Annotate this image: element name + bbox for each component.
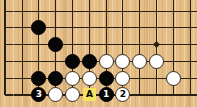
board-intersection <box>81 19 98 36</box>
white-stone <box>82 71 97 86</box>
black-stone-move-1: 1 <box>99 87 114 102</box>
black-stone <box>31 20 46 35</box>
black-stone <box>48 71 63 86</box>
board-intersection <box>131 87 148 104</box>
board-intersection <box>47 53 64 70</box>
black-stone <box>99 71 114 86</box>
white-stone <box>115 71 130 86</box>
board-intersection <box>148 19 165 36</box>
board-intersection <box>14 19 31 36</box>
board-intersection <box>47 70 64 87</box>
board-intersection <box>64 87 81 104</box>
board-intersection <box>182 36 197 53</box>
board-intersection: A <box>81 87 98 104</box>
white-stone <box>132 54 147 69</box>
board-intersection <box>165 70 182 87</box>
board-intersection <box>64 36 81 53</box>
board-intersection <box>131 36 148 53</box>
board-intersection <box>182 19 197 36</box>
board-intersection <box>31 70 48 87</box>
board-intersection <box>64 70 81 87</box>
board-intersection <box>182 53 197 70</box>
board-intersection <box>0 36 14 53</box>
board-intersection <box>165 87 182 104</box>
white-stone <box>65 71 80 86</box>
board-intersection <box>14 36 31 53</box>
board-intersection <box>64 19 81 36</box>
board-intersection <box>14 87 31 104</box>
board-intersection <box>81 70 98 87</box>
board-intersection <box>64 3 81 20</box>
white-stone <box>48 87 63 102</box>
board-intersection <box>31 36 48 53</box>
go-board-grid: 3A12 <box>0 0 197 103</box>
board-intersection <box>165 19 182 36</box>
board-intersection <box>148 3 165 20</box>
board-intersection: 2 <box>115 87 132 104</box>
board-intersection <box>14 70 31 87</box>
board-intersection <box>182 3 197 20</box>
board-intersection <box>115 19 132 36</box>
board-intersection <box>131 53 148 70</box>
board-intersection <box>0 53 14 70</box>
board-intersection <box>64 53 81 70</box>
board-intersection <box>182 70 197 87</box>
board-intersection <box>31 53 48 70</box>
board-intersection <box>0 87 14 104</box>
board-intersection <box>98 19 115 36</box>
board-intersection <box>115 3 132 20</box>
board-intersection <box>98 36 115 53</box>
black-stone <box>31 71 46 86</box>
board-intersection <box>115 70 132 87</box>
board-intersection <box>47 87 64 104</box>
board-intersection <box>182 87 197 104</box>
board-intersection <box>165 36 182 53</box>
white-stone <box>115 54 130 69</box>
board-intersection <box>14 3 31 20</box>
board-intersection <box>131 19 148 36</box>
board-intersection <box>81 3 98 20</box>
board-intersection <box>165 3 182 20</box>
board-intersection <box>31 19 48 36</box>
board-intersection <box>47 3 64 20</box>
board-intersection <box>47 36 64 53</box>
board-intersection <box>47 19 64 36</box>
point-label-A: A <box>83 88 96 101</box>
board-intersection <box>98 3 115 20</box>
black-stone-move-3: 3 <box>31 87 46 102</box>
board-intersection <box>148 36 165 53</box>
board-intersection: 3 <box>31 87 48 104</box>
board-intersection <box>165 53 182 70</box>
black-stone <box>82 54 97 69</box>
board-intersection <box>98 53 115 70</box>
board-intersection <box>81 53 98 70</box>
black-stone <box>48 37 63 52</box>
board-intersection <box>148 87 165 104</box>
white-stone <box>65 87 80 102</box>
board-intersection <box>148 53 165 70</box>
black-stone <box>65 54 80 69</box>
board-intersection: 1 <box>98 87 115 104</box>
board-intersection <box>131 70 148 87</box>
board-intersection <box>14 53 31 70</box>
white-stone <box>149 54 164 69</box>
go-board: 3A12 <box>0 0 197 107</box>
board-intersection <box>0 70 14 87</box>
board-intersection <box>131 3 148 20</box>
board-intersection <box>98 70 115 87</box>
white-stone <box>99 54 114 69</box>
board-intersection <box>115 53 132 70</box>
star-point <box>153 41 160 48</box>
board-intersection <box>81 36 98 53</box>
white-stone-move-2: 2 <box>115 87 130 102</box>
board-intersection <box>0 19 14 36</box>
board-intersection <box>0 3 14 20</box>
board-intersection <box>31 3 48 20</box>
board-intersection <box>148 70 165 87</box>
white-stone <box>166 71 181 86</box>
board-intersection <box>115 36 132 53</box>
